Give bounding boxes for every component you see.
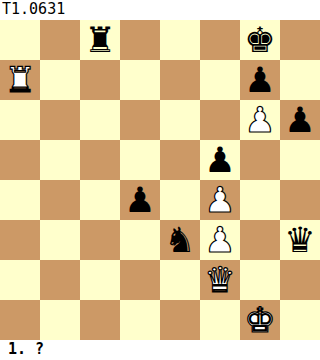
square-d1[interactable] — [120, 300, 160, 340]
square-b1[interactable] — [40, 300, 80, 340]
square-c8[interactable]: ♜ — [80, 20, 120, 60]
piece-black-rook: ♜ — [80, 20, 120, 60]
piece-white-pawn: ♟ — [200, 220, 240, 260]
square-h8[interactable] — [280, 20, 320, 60]
piece-black-pawn: ♟ — [120, 180, 160, 220]
piece-white-pawn: ♟ — [200, 180, 240, 220]
square-c6[interactable] — [80, 100, 120, 140]
square-h5[interactable] — [280, 140, 320, 180]
chess-puzzle-page: T1.0631 ♜♚♜♟♟♟♟♟♟♞♟♛♛♚ 1. ? — [0, 0, 320, 360]
piece-white-rook: ♜ — [0, 60, 40, 100]
square-g3[interactable] — [240, 220, 280, 260]
square-h3[interactable]: ♛ — [280, 220, 320, 260]
square-c5[interactable] — [80, 140, 120, 180]
square-b8[interactable] — [40, 20, 80, 60]
square-e2[interactable] — [160, 260, 200, 300]
square-h7[interactable] — [280, 60, 320, 100]
piece-black-queen: ♛ — [280, 220, 320, 260]
square-c2[interactable] — [80, 260, 120, 300]
square-e8[interactable] — [160, 20, 200, 60]
square-f3[interactable]: ♟ — [200, 220, 240, 260]
square-g7[interactable]: ♟ — [240, 60, 280, 100]
square-c4[interactable] — [80, 180, 120, 220]
chess-board: ♜♚♜♟♟♟♟♟♟♞♟♛♛♚ — [0, 20, 320, 340]
square-f6[interactable] — [200, 100, 240, 140]
square-g5[interactable] — [240, 140, 280, 180]
square-f1[interactable] — [200, 300, 240, 340]
square-c1[interactable] — [80, 300, 120, 340]
square-d8[interactable] — [120, 20, 160, 60]
square-d5[interactable] — [120, 140, 160, 180]
square-h2[interactable] — [280, 260, 320, 300]
square-h4[interactable] — [280, 180, 320, 220]
square-g6[interactable]: ♟ — [240, 100, 280, 140]
square-b7[interactable] — [40, 60, 80, 100]
square-b5[interactable] — [40, 140, 80, 180]
square-g1[interactable]: ♚ — [240, 300, 280, 340]
square-a3[interactable] — [0, 220, 40, 260]
square-g8[interactable]: ♚ — [240, 20, 280, 60]
square-f4[interactable]: ♟ — [200, 180, 240, 220]
square-a4[interactable] — [0, 180, 40, 220]
square-f5[interactable]: ♟ — [200, 140, 240, 180]
piece-white-queen: ♛ — [200, 260, 240, 300]
square-f8[interactable] — [200, 20, 240, 60]
square-a1[interactable] — [0, 300, 40, 340]
square-d4[interactable]: ♟ — [120, 180, 160, 220]
square-e6[interactable] — [160, 100, 200, 140]
square-e7[interactable] — [160, 60, 200, 100]
square-b4[interactable] — [40, 180, 80, 220]
square-b3[interactable] — [40, 220, 80, 260]
square-a7[interactable]: ♜ — [0, 60, 40, 100]
square-e4[interactable] — [160, 180, 200, 220]
puzzle-title: T1.0631 — [0, 0, 320, 20]
square-b6[interactable] — [40, 100, 80, 140]
square-c7[interactable] — [80, 60, 120, 100]
piece-black-pawn: ♟ — [240, 60, 280, 100]
piece-white-pawn: ♟ — [240, 100, 280, 140]
square-a2[interactable] — [0, 260, 40, 300]
square-h1[interactable] — [280, 300, 320, 340]
square-e1[interactable] — [160, 300, 200, 340]
square-e3[interactable]: ♞ — [160, 220, 200, 260]
piece-black-pawn: ♟ — [200, 140, 240, 180]
square-g4[interactable] — [240, 180, 280, 220]
square-a5[interactable] — [0, 140, 40, 180]
square-c3[interactable] — [80, 220, 120, 260]
square-g2[interactable] — [240, 260, 280, 300]
square-d7[interactable] — [120, 60, 160, 100]
square-d6[interactable] — [120, 100, 160, 140]
square-b2[interactable] — [40, 260, 80, 300]
piece-black-knight: ♞ — [160, 220, 200, 260]
move-prompt: 1. ? — [0, 340, 320, 360]
square-a6[interactable] — [0, 100, 40, 140]
square-a8[interactable] — [0, 20, 40, 60]
square-h6[interactable]: ♟ — [280, 100, 320, 140]
square-f7[interactable] — [200, 60, 240, 100]
piece-white-king: ♚ — [240, 300, 280, 340]
square-d2[interactable] — [120, 260, 160, 300]
piece-black-king: ♚ — [240, 20, 280, 60]
piece-black-pawn: ♟ — [280, 100, 320, 140]
square-d3[interactable] — [120, 220, 160, 260]
square-e5[interactable] — [160, 140, 200, 180]
square-f2[interactable]: ♛ — [200, 260, 240, 300]
